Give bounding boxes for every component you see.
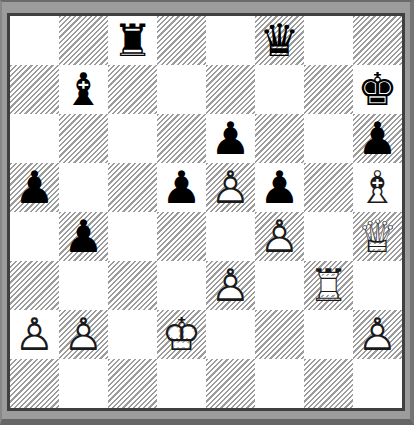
square-c8[interactable]: ♜ — [108, 16, 157, 65]
square-a7[interactable] — [10, 65, 59, 114]
square-d8[interactable] — [157, 16, 206, 65]
piece-white-pawn[interactable]: ♟♙ — [255, 212, 304, 261]
square-c2[interactable] — [108, 310, 157, 359]
piece-white-king[interactable]: ♚♔ — [157, 310, 206, 359]
square-g5[interactable] — [304, 163, 353, 212]
square-d7[interactable] — [157, 65, 206, 114]
piece-black-king[interactable]: ♚ — [353, 65, 402, 114]
piece-white-pawn[interactable]: ♟♙ — [206, 163, 255, 212]
white-piece-outline: ♙ — [59, 310, 108, 359]
square-b5[interactable] — [59, 163, 108, 212]
square-b8[interactable] — [59, 16, 108, 65]
square-a5[interactable]: ♟ — [10, 163, 59, 212]
square-f3[interactable] — [255, 261, 304, 310]
square-e5[interactable]: ♟♙ — [206, 163, 255, 212]
white-piece-outline: ♙ — [206, 261, 255, 310]
piece-white-pawn[interactable]: ♟♙ — [206, 261, 255, 310]
square-b2[interactable]: ♟♙ — [59, 310, 108, 359]
square-e1[interactable] — [206, 359, 255, 408]
white-piece-outline: ♖ — [304, 261, 353, 310]
square-g3[interactable]: ♜♖ — [304, 261, 353, 310]
white-piece-outline: ♕ — [353, 212, 402, 261]
square-f8[interactable]: ♛ — [255, 16, 304, 65]
square-h8[interactable] — [353, 16, 402, 65]
square-d2[interactable]: ♚♔ — [157, 310, 206, 359]
square-f4[interactable]: ♟♙ — [255, 212, 304, 261]
square-a8[interactable] — [10, 16, 59, 65]
square-d6[interactable] — [157, 114, 206, 163]
square-c5[interactable] — [108, 163, 157, 212]
square-h3[interactable] — [353, 261, 402, 310]
square-b3[interactable] — [59, 261, 108, 310]
square-h7[interactable]: ♚ — [353, 65, 402, 114]
square-c7[interactable] — [108, 65, 157, 114]
square-c3[interactable] — [108, 261, 157, 310]
square-h2[interactable]: ♟♙ — [353, 310, 402, 359]
square-e2[interactable] — [206, 310, 255, 359]
piece-black-queen[interactable]: ♛ — [255, 16, 304, 65]
square-h4[interactable]: ♛♕ — [353, 212, 402, 261]
piece-white-queen[interactable]: ♛♕ — [353, 212, 402, 261]
square-f1[interactable] — [255, 359, 304, 408]
white-piece-outline: ♗ — [353, 163, 402, 212]
piece-black-pawn[interactable]: ♟ — [255, 163, 304, 212]
white-piece-outline: ♙ — [10, 310, 59, 359]
piece-white-pawn[interactable]: ♟♙ — [353, 310, 402, 359]
square-a3[interactable] — [10, 261, 59, 310]
piece-black-pawn[interactable]: ♟ — [353, 114, 402, 163]
square-b1[interactable] — [59, 359, 108, 408]
square-a6[interactable] — [10, 114, 59, 163]
square-c6[interactable] — [108, 114, 157, 163]
square-h5[interactable]: ♝♗ — [353, 163, 402, 212]
square-f6[interactable] — [255, 114, 304, 163]
square-e4[interactable] — [206, 212, 255, 261]
square-c4[interactable] — [108, 212, 157, 261]
white-piece-outline: ♙ — [206, 163, 255, 212]
square-a4[interactable] — [10, 212, 59, 261]
square-d5[interactable]: ♟ — [157, 163, 206, 212]
square-h1[interactable] — [353, 359, 402, 408]
white-piece-outline: ♙ — [353, 310, 402, 359]
square-g2[interactable] — [304, 310, 353, 359]
square-d1[interactable] — [157, 359, 206, 408]
square-g1[interactable] — [304, 359, 353, 408]
square-g8[interactable] — [304, 16, 353, 65]
square-e6[interactable]: ♟ — [206, 114, 255, 163]
square-d3[interactable] — [157, 261, 206, 310]
piece-black-pawn[interactable]: ♟ — [59, 212, 108, 261]
chess-board: ♜♛♝♚♟♟♟♟♟♙♟♝♗♟♟♙♛♕♟♙♜♖♟♙♟♙♚♔♟♙ — [7, 13, 405, 411]
square-c1[interactable] — [108, 359, 157, 408]
piece-black-pawn[interactable]: ♟ — [206, 114, 255, 163]
square-b6[interactable] — [59, 114, 108, 163]
piece-black-pawn[interactable]: ♟ — [10, 163, 59, 212]
square-e7[interactable] — [206, 65, 255, 114]
square-e8[interactable] — [206, 16, 255, 65]
square-e3[interactable]: ♟♙ — [206, 261, 255, 310]
square-d4[interactable] — [157, 212, 206, 261]
square-f2[interactable] — [255, 310, 304, 359]
piece-white-pawn[interactable]: ♟♙ — [59, 310, 108, 359]
square-h6[interactable]: ♟ — [353, 114, 402, 163]
piece-white-bishop[interactable]: ♝♗ — [353, 163, 402, 212]
square-f5[interactable]: ♟ — [255, 163, 304, 212]
white-piece-outline: ♙ — [255, 212, 304, 261]
square-b4[interactable]: ♟ — [59, 212, 108, 261]
square-g6[interactable] — [304, 114, 353, 163]
square-g7[interactable] — [304, 65, 353, 114]
square-a2[interactable]: ♟♙ — [10, 310, 59, 359]
square-g4[interactable] — [304, 212, 353, 261]
square-a1[interactable] — [10, 359, 59, 408]
piece-black-pawn[interactable]: ♟ — [157, 163, 206, 212]
piece-black-bishop[interactable]: ♝ — [59, 65, 108, 114]
board-frame: ♜♛♝♚♟♟♟♟♟♙♟♝♗♟♟♙♛♕♟♙♜♖♟♙♟♙♚♔♟♙ — [0, 0, 414, 425]
piece-white-rook[interactable]: ♜♖ — [304, 261, 353, 310]
square-f7[interactable] — [255, 65, 304, 114]
piece-white-pawn[interactable]: ♟♙ — [10, 310, 59, 359]
piece-black-rook[interactable]: ♜ — [108, 16, 157, 65]
square-b7[interactable]: ♝ — [59, 65, 108, 114]
white-piece-outline: ♔ — [157, 310, 206, 359]
